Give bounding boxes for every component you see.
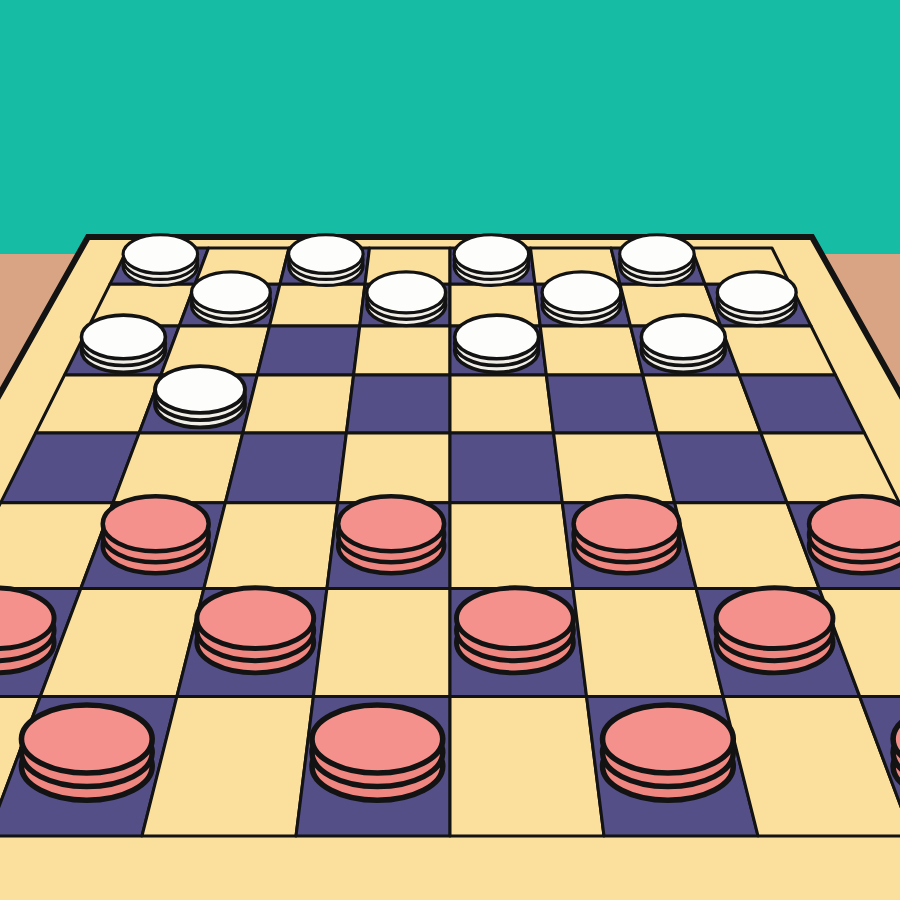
square-r2c3 <box>269 284 364 326</box>
wall-background <box>0 0 900 254</box>
red-piece-r7c3[interactable] <box>197 588 314 673</box>
square-r4c4[interactable] <box>346 375 450 433</box>
piece-top-face <box>454 235 528 274</box>
red-piece-r6c6[interactable] <box>574 496 680 573</box>
red-piece-r8c4[interactable] <box>312 705 443 800</box>
piece-top-face <box>289 235 363 274</box>
piece-top-face <box>155 366 245 413</box>
piece-top-face <box>603 705 734 773</box>
piece-top-face <box>338 496 444 551</box>
red-piece-r8c2[interactable] <box>21 705 152 800</box>
piece-top-face <box>21 705 152 773</box>
red-piece-r7c5[interactable] <box>456 588 573 673</box>
square-r3c3[interactable] <box>257 326 359 375</box>
white-piece-r2c2[interactable] <box>191 272 270 326</box>
white-piece-r1c3[interactable] <box>289 235 363 286</box>
white-piece-r2c8[interactable] <box>717 272 796 326</box>
white-piece-r3c5[interactable] <box>455 315 539 372</box>
white-piece-r3c1[interactable] <box>81 315 165 372</box>
white-piece-r1c1[interactable] <box>123 235 197 286</box>
piece-top-face <box>542 272 621 313</box>
red-piece-r6c4[interactable] <box>338 496 444 573</box>
square-r7c4 <box>313 589 450 697</box>
piece-top-face <box>191 272 270 313</box>
piece-top-face <box>367 272 446 313</box>
red-piece-r6c8[interactable] <box>809 496 900 573</box>
piece-top-face <box>312 705 443 773</box>
square-r4c5 <box>450 375 554 433</box>
white-piece-r2c4[interactable] <box>367 272 446 326</box>
square-r6c5 <box>450 503 573 589</box>
square-r4c3 <box>243 375 354 433</box>
piece-top-face <box>197 588 314 649</box>
white-piece-r1c7[interactable] <box>620 235 694 286</box>
square-r5c5[interactable] <box>450 433 562 503</box>
white-piece-r4c2[interactable] <box>155 366 245 427</box>
square-r5c3[interactable] <box>225 433 346 503</box>
red-piece-r7c1[interactable] <box>0 588 54 673</box>
red-piece-r8c6[interactable] <box>603 705 734 800</box>
piece-top-face <box>103 496 209 551</box>
square-r4c6[interactable] <box>546 375 657 433</box>
piece-top-face <box>123 235 197 274</box>
piece-top-face <box>574 496 680 551</box>
white-piece-r3c7[interactable] <box>641 315 725 372</box>
piece-top-face <box>81 315 165 359</box>
square-r3c6 <box>540 326 642 375</box>
checkers-scene <box>0 0 900 900</box>
square-r8c5 <box>450 696 604 836</box>
red-piece-r7c7[interactable] <box>716 588 833 673</box>
white-piece-r2c6[interactable] <box>542 272 621 326</box>
square-r5c4 <box>338 433 450 503</box>
piece-top-face <box>716 588 833 649</box>
checkers-board <box>0 0 900 900</box>
piece-top-face <box>455 315 539 359</box>
square-r5c6 <box>554 433 675 503</box>
piece-top-face <box>641 315 725 359</box>
red-piece-r6c2[interactable] <box>103 496 209 573</box>
piece-top-face <box>809 496 900 551</box>
piece-top-face <box>717 272 796 313</box>
square-r3c4 <box>354 326 450 375</box>
piece-top-face <box>456 588 573 649</box>
white-piece-r1c5[interactable] <box>454 235 528 286</box>
square-r6c3 <box>204 503 338 589</box>
piece-top-face <box>620 235 694 274</box>
